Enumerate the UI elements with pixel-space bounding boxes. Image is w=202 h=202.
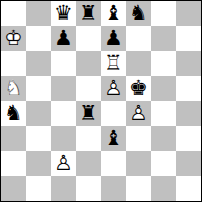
square-d5[interactable]	[76, 76, 101, 101]
square-e1[interactable]	[101, 176, 126, 201]
square-d4[interactable]: ♜	[76, 101, 101, 126]
square-a2[interactable]	[1, 151, 26, 176]
square-f5[interactable]: ♚	[126, 76, 151, 101]
square-h2[interactable]	[176, 151, 201, 176]
square-g4[interactable]	[151, 101, 176, 126]
square-b2[interactable]	[26, 151, 51, 176]
square-a6[interactable]	[1, 51, 26, 76]
square-h8[interactable]	[176, 1, 201, 26]
square-c6[interactable]	[51, 51, 76, 76]
square-e8[interactable]: ♝	[101, 1, 126, 26]
square-b3[interactable]	[26, 126, 51, 151]
square-c4[interactable]	[51, 101, 76, 126]
square-c1[interactable]	[51, 176, 76, 201]
square-h5[interactable]	[176, 76, 201, 101]
piece-outline-layer: ♔	[1, 26, 26, 51]
square-e5[interactable]: ♟♙	[101, 76, 126, 101]
square-b8[interactable]	[26, 1, 51, 26]
chess-board: ♛♜♝♞♚♔♟♟♜♖♞♘♟♙♚♞♜♟♙♝♟♙	[0, 0, 202, 202]
square-c2[interactable]: ♟♙	[51, 151, 76, 176]
piece-black-knight: ♞	[126, 1, 151, 26]
square-h1[interactable]	[176, 176, 201, 201]
square-g1[interactable]	[151, 176, 176, 201]
square-b7[interactable]	[26, 26, 51, 51]
square-d1[interactable]	[76, 176, 101, 201]
square-a4[interactable]: ♞	[1, 101, 26, 126]
square-h7[interactable]	[176, 26, 201, 51]
square-h6[interactable]	[176, 51, 201, 76]
piece-white-pawn: ♟♙	[126, 101, 151, 126]
square-c7[interactable]: ♟	[51, 26, 76, 51]
piece-white-knight: ♞♘	[1, 76, 26, 101]
square-h3[interactable]	[176, 126, 201, 151]
square-b5[interactable]	[26, 76, 51, 101]
piece-black-knight: ♞	[1, 101, 26, 126]
square-e2[interactable]	[101, 151, 126, 176]
square-a3[interactable]	[1, 126, 26, 151]
square-d7[interactable]	[76, 26, 101, 51]
square-a8[interactable]	[1, 1, 26, 26]
square-h4[interactable]	[176, 101, 201, 126]
square-f1[interactable]	[126, 176, 151, 201]
piece-black-king: ♚	[126, 76, 151, 101]
square-b4[interactable]	[26, 101, 51, 126]
square-e4[interactable]	[101, 101, 126, 126]
piece-black-queen: ♛	[51, 1, 76, 26]
piece-outline-layer: ♖	[101, 51, 126, 76]
square-e6[interactable]: ♜♖	[101, 51, 126, 76]
square-c3[interactable]	[51, 126, 76, 151]
square-f6[interactable]	[126, 51, 151, 76]
piece-black-bishop: ♝	[101, 1, 126, 26]
piece-black-bishop: ♝	[101, 126, 126, 151]
piece-black-rook: ♜	[76, 1, 101, 26]
piece-black-pawn: ♟	[51, 26, 76, 51]
piece-black-rook: ♜	[76, 101, 101, 126]
square-g7[interactable]	[151, 26, 176, 51]
piece-white-pawn: ♟♙	[101, 76, 126, 101]
piece-outline-layer: ♙	[126, 101, 151, 126]
piece-white-king: ♚♔	[1, 26, 26, 51]
square-e7[interactable]: ♟	[101, 26, 126, 51]
piece-outline-layer: ♙	[51, 151, 76, 176]
square-d6[interactable]	[76, 51, 101, 76]
square-d2[interactable]	[76, 151, 101, 176]
square-g2[interactable]	[151, 151, 176, 176]
square-g6[interactable]	[151, 51, 176, 76]
square-f7[interactable]	[126, 26, 151, 51]
square-f8[interactable]: ♞	[126, 1, 151, 26]
square-a5[interactable]: ♞♘	[1, 76, 26, 101]
square-c5[interactable]	[51, 76, 76, 101]
square-e3[interactable]: ♝	[101, 126, 126, 151]
piece-white-pawn: ♟♙	[51, 151, 76, 176]
square-c8[interactable]: ♛	[51, 1, 76, 26]
piece-black-pawn: ♟	[101, 26, 126, 51]
square-b6[interactable]	[26, 51, 51, 76]
square-g3[interactable]	[151, 126, 176, 151]
piece-outline-layer: ♙	[101, 76, 126, 101]
square-d3[interactable]	[76, 126, 101, 151]
square-a7[interactable]: ♚♔	[1, 26, 26, 51]
square-a1[interactable]	[1, 176, 26, 201]
square-b1[interactable]	[26, 176, 51, 201]
piece-outline-layer: ♘	[1, 76, 26, 101]
square-f3[interactable]	[126, 126, 151, 151]
square-g5[interactable]	[151, 76, 176, 101]
square-f2[interactable]	[126, 151, 151, 176]
square-d8[interactable]: ♜	[76, 1, 101, 26]
square-g8[interactable]	[151, 1, 176, 26]
square-f4[interactable]: ♟♙	[126, 101, 151, 126]
piece-white-rook: ♜♖	[101, 51, 126, 76]
